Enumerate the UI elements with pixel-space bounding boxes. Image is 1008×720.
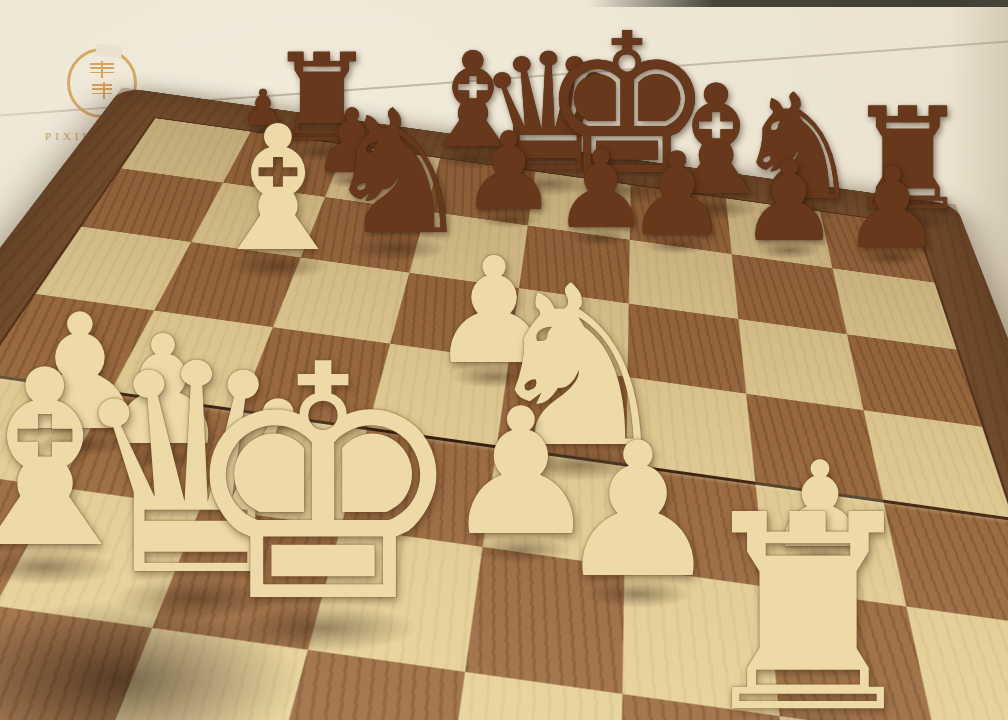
- pixiu-ideograph-icon: [90, 63, 114, 76]
- piece-white-rook-h1[interactable]: ♜: [558, 480, 1008, 720]
- pixiu-ideograph-icon: [92, 84, 112, 97]
- piece-white-king-e1[interactable]: ♚: [23, 323, 623, 647]
- piece-black-pawn-h7[interactable]: ♟: [788, 152, 996, 264]
- chess-photo-scene: PIXIU WATCH ✠ ♟♜♟♝♛♟♚♟♝♟♞♟♜♟♞♝♟♟♝♛♚♟♞♟♟♟…: [0, 0, 1008, 720]
